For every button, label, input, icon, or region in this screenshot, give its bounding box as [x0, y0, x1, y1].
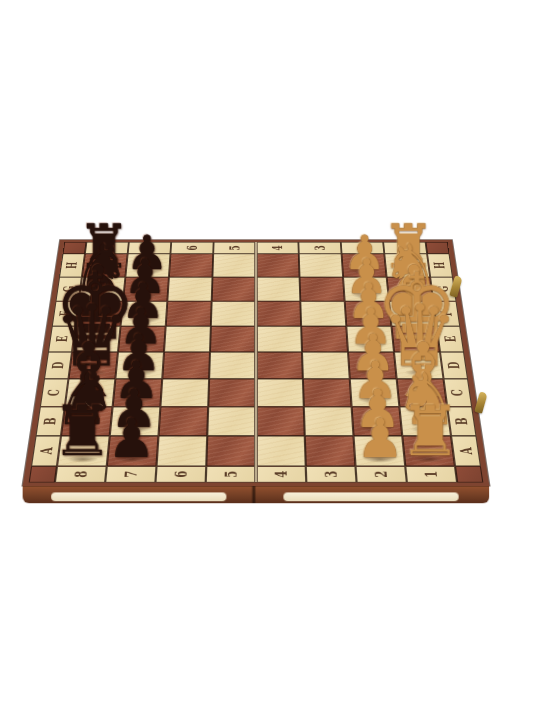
white-rook-a1[interactable]: ♜	[399, 399, 461, 465]
square-a4[interactable]	[256, 436, 306, 466]
front-edge-fold-seam	[252, 486, 256, 504]
square-a1[interactable]: ♜	[402, 436, 455, 466]
rank-label-bottom-3: 3	[306, 466, 357, 482]
coordinate-label: 6	[171, 471, 191, 478]
rank-label-bottom-1: 1	[405, 466, 457, 482]
square-h6[interactable]	[169, 254, 213, 277]
coordinate-label: 8	[71, 471, 91, 478]
front-edge-inset-right	[283, 492, 458, 501]
coordinate-label: 6	[184, 245, 201, 250]
rank-label-bottom-8: 8	[55, 466, 107, 482]
square-g6[interactable]	[167, 277, 212, 301]
square-a7[interactable]: ♟	[107, 436, 159, 466]
rook-piece-icon: ♜	[399, 399, 461, 465]
square-c6[interactable]	[160, 379, 209, 407]
square-h5[interactable]	[212, 254, 256, 277]
square-h4[interactable]	[256, 254, 300, 277]
rook-piece-icon: ♜	[51, 399, 113, 465]
coordinate-label: 5	[226, 245, 243, 250]
black-pawn-a7[interactable]: ♟	[108, 413, 156, 464]
white-pawn-a2[interactable]: ♟	[356, 413, 404, 464]
square-a2[interactable]: ♟	[354, 436, 406, 466]
square-f5[interactable]	[211, 301, 256, 326]
square-c4[interactable]	[256, 379, 304, 407]
front-edge-inset-left	[51, 492, 226, 501]
border-corner	[455, 466, 483, 482]
square-g5[interactable]	[212, 277, 256, 301]
square-a8[interactable]: ♜	[57, 436, 110, 466]
black-rook-a8[interactable]: ♜	[51, 399, 113, 465]
rank-label-top-4: 4	[256, 242, 299, 254]
square-e6[interactable]	[164, 326, 211, 352]
square-d5[interactable]	[209, 352, 256, 379]
coordinate-label: 7	[121, 471, 141, 478]
board-plane: 87654321H♜♟♟♜HG♞♟♟♞GF♝♟♟♝FE♚♟♟♚ED♛♟♟♛DC♝…	[23, 240, 490, 486]
pawn-piece-icon: ♟	[356, 413, 404, 464]
coordinate-label: 5	[221, 471, 241, 478]
coordinate-label: 4	[271, 471, 291, 478]
product-photo-scene: 87654321H♜♟♟♜HG♞♟♟♞GF♝♟♟♝FE♚♟♟♚ED♛♟♟♛DC♝…	[0, 0, 540, 720]
pawn-piece-icon: ♟	[108, 413, 156, 464]
board-grid: 87654321H♜♟♟♜HG♞♟♟♞GF♝♟♟♝FE♚♟♟♚ED♛♟♟♛DC♝…	[29, 242, 484, 482]
board-fold-seam	[254, 242, 258, 482]
square-b5[interactable]	[207, 407, 256, 436]
square-d3[interactable]	[302, 352, 350, 379]
rank-label-bottom-2: 2	[355, 466, 406, 482]
rank-label-bottom-4: 4	[256, 466, 306, 482]
square-a6[interactable]	[157, 436, 208, 466]
coordinate-label: 2	[371, 471, 391, 478]
brass-clasp-icon	[474, 391, 487, 413]
rank-label-top-6: 6	[170, 242, 213, 254]
square-g3[interactable]	[300, 277, 345, 301]
square-c3[interactable]	[303, 379, 352, 407]
coordinate-label: 3	[321, 471, 341, 478]
chess-board: 87654321H♜♟♟♜HG♞♟♟♞GF♝♟♟♝FE♚♟♟♚ED♛♟♟♛DC♝…	[23, 240, 490, 486]
square-a5[interactable]	[206, 436, 256, 466]
coordinate-label: 3	[311, 245, 328, 250]
square-a3[interactable]	[305, 436, 356, 466]
square-f4[interactable]	[256, 301, 301, 326]
square-f3[interactable]	[300, 301, 346, 326]
square-g4[interactable]	[256, 277, 300, 301]
rank-label-bottom-5: 5	[206, 466, 256, 482]
square-f6[interactable]	[166, 301, 212, 326]
square-e3[interactable]	[301, 326, 348, 352]
rank-label-bottom-7: 7	[105, 466, 156, 482]
square-h3[interactable]	[299, 254, 343, 277]
square-b6[interactable]	[158, 407, 208, 436]
coordinate-label: 1	[421, 471, 441, 478]
box-front-edge	[23, 486, 490, 504]
square-e4[interactable]	[256, 326, 302, 352]
square-b4[interactable]	[256, 407, 305, 436]
rank-label-bottom-6: 6	[155, 466, 206, 482]
square-c5[interactable]	[208, 379, 256, 407]
rank-label-top-3: 3	[298, 242, 341, 254]
coordinate-label: 4	[269, 245, 286, 250]
rank-label-top-5: 5	[213, 242, 256, 254]
square-d4[interactable]	[256, 352, 303, 379]
square-b3[interactable]	[304, 407, 354, 436]
square-d6[interactable]	[162, 352, 210, 379]
border-corner	[29, 466, 57, 482]
square-e5[interactable]	[210, 326, 256, 352]
